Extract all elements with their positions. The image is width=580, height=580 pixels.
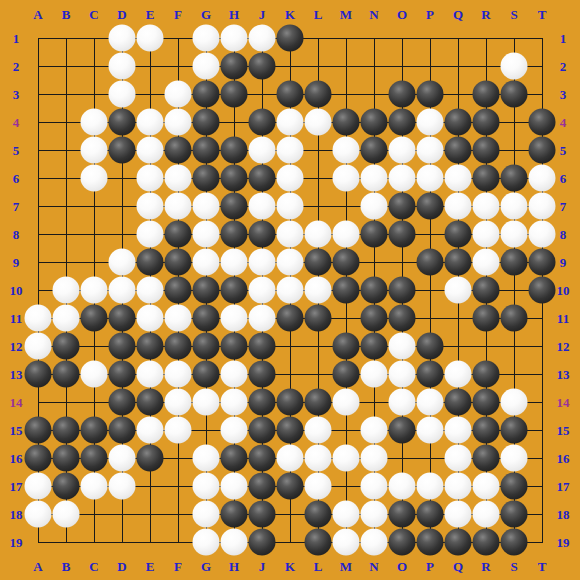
stone-black-F5[interactable]: [165, 137, 192, 164]
column-label-bottom-H: H: [229, 560, 239, 573]
column-label-top-A: A: [33, 8, 42, 21]
stone-black-M9[interactable]: [333, 249, 360, 276]
stone-white-L15[interactable]: [305, 417, 332, 444]
stone-black-G6[interactable]: [193, 165, 220, 192]
stone-white-S2[interactable]: [501, 53, 528, 80]
stone-black-D13[interactable]: [109, 361, 136, 388]
stone-white-T8[interactable]: [529, 221, 556, 248]
stone-black-L9[interactable]: [305, 249, 332, 276]
column-label-bottom-S: S: [510, 560, 517, 573]
stone-black-P7[interactable]: [417, 193, 444, 220]
stone-white-R17[interactable]: [473, 473, 500, 500]
stone-white-P5[interactable]: [417, 137, 444, 164]
stone-black-K1[interactable]: [277, 25, 304, 52]
row-label-right-14: 14: [557, 396, 570, 409]
column-label-bottom-G: G: [201, 560, 211, 573]
column-label-bottom-T: T: [538, 560, 547, 573]
stone-white-T7[interactable]: [529, 193, 556, 220]
stone-black-G4[interactable]: [193, 109, 220, 136]
stone-white-F3[interactable]: [165, 81, 192, 108]
stone-black-E9[interactable]: [137, 249, 164, 276]
stone-black-O3[interactable]: [389, 81, 416, 108]
stone-black-S15[interactable]: [501, 417, 528, 444]
stone-black-R19[interactable]: [473, 529, 500, 556]
stone-white-R18[interactable]: [473, 501, 500, 528]
stone-black-P12[interactable]: [417, 333, 444, 360]
stone-black-P13[interactable]: [417, 361, 444, 388]
stone-white-C10[interactable]: [81, 277, 108, 304]
stone-black-D12[interactable]: [109, 333, 136, 360]
stone-white-F4[interactable]: [165, 109, 192, 136]
stone-black-R15[interactable]: [473, 417, 500, 444]
stone-black-L14[interactable]: [305, 389, 332, 416]
stone-white-G9[interactable]: [193, 249, 220, 276]
row-label-right-8: 8: [560, 228, 567, 241]
column-label-bottom-K: K: [285, 560, 295, 573]
row-label-right-5: 5: [560, 144, 567, 157]
stone-black-J12[interactable]: [249, 333, 276, 360]
stone-white-Q17[interactable]: [445, 473, 472, 500]
stone-white-J10[interactable]: [249, 277, 276, 304]
stone-black-P18[interactable]: [417, 501, 444, 528]
stone-white-P17[interactable]: [417, 473, 444, 500]
stone-white-D9[interactable]: [109, 249, 136, 276]
stone-white-H19[interactable]: [221, 529, 248, 556]
stone-white-K6[interactable]: [277, 165, 304, 192]
stone-black-N10[interactable]: [361, 277, 388, 304]
stone-black-C16[interactable]: [81, 445, 108, 472]
column-label-top-S: S: [510, 8, 517, 21]
stone-white-E6[interactable]: [137, 165, 164, 192]
stone-black-J4[interactable]: [249, 109, 276, 136]
stone-black-H6[interactable]: [221, 165, 248, 192]
column-label-top-M: M: [340, 8, 352, 21]
stone-white-F15[interactable]: [165, 417, 192, 444]
stone-white-F11[interactable]: [165, 305, 192, 332]
stone-white-D3[interactable]: [109, 81, 136, 108]
column-label-top-J: J: [259, 8, 266, 21]
stone-black-O8[interactable]: [389, 221, 416, 248]
stone-white-O5[interactable]: [389, 137, 416, 164]
stone-white-E15[interactable]: [137, 417, 164, 444]
stone-black-O19[interactable]: [389, 529, 416, 556]
stone-black-R14[interactable]: [473, 389, 500, 416]
stone-black-G3[interactable]: [193, 81, 220, 108]
stone-white-M14[interactable]: [333, 389, 360, 416]
row-label-left-4: 4: [13, 116, 20, 129]
stone-white-J5[interactable]: [249, 137, 276, 164]
row-label-left-6: 6: [13, 172, 20, 185]
stone-black-Q9[interactable]: [445, 249, 472, 276]
column-label-top-Q: Q: [453, 8, 463, 21]
row-label-right-15: 15: [557, 424, 570, 437]
stone-black-L18[interactable]: [305, 501, 332, 528]
stone-white-G1[interactable]: [193, 25, 220, 52]
stone-white-H9[interactable]: [221, 249, 248, 276]
column-label-bottom-E: E: [146, 560, 155, 573]
go-board[interactable]: AABBCCDDEEFFGGHHJJKKLLMMNNOOPPQQRRSSTT11…: [0, 0, 580, 580]
stone-white-S14[interactable]: [501, 389, 528, 416]
stone-white-M6[interactable]: [333, 165, 360, 192]
stone-white-C17[interactable]: [81, 473, 108, 500]
stone-black-M10[interactable]: [333, 277, 360, 304]
stone-black-J13[interactable]: [249, 361, 276, 388]
stone-white-O12[interactable]: [389, 333, 416, 360]
stone-white-O14[interactable]: [389, 389, 416, 416]
stone-white-H1[interactable]: [221, 25, 248, 52]
stone-black-R5[interactable]: [473, 137, 500, 164]
stone-white-R7[interactable]: [473, 193, 500, 220]
stone-black-G11[interactable]: [193, 305, 220, 332]
column-label-bottom-O: O: [397, 560, 407, 573]
row-label-right-3: 3: [560, 88, 567, 101]
stone-white-C6[interactable]: [81, 165, 108, 192]
stone-black-B13[interactable]: [53, 361, 80, 388]
stone-white-G8[interactable]: [193, 221, 220, 248]
stone-black-R10[interactable]: [473, 277, 500, 304]
stone-white-N19[interactable]: [361, 529, 388, 556]
stone-white-D10[interactable]: [109, 277, 136, 304]
stone-black-D15[interactable]: [109, 417, 136, 444]
row-label-left-2: 2: [13, 60, 20, 73]
stone-white-J7[interactable]: [249, 193, 276, 220]
stone-white-J11[interactable]: [249, 305, 276, 332]
stone-white-D17[interactable]: [109, 473, 136, 500]
stone-white-P4[interactable]: [417, 109, 444, 136]
column-label-bottom-B: B: [62, 560, 71, 573]
stone-black-S6[interactable]: [501, 165, 528, 192]
stone-black-M12[interactable]: [333, 333, 360, 360]
stone-black-K11[interactable]: [277, 305, 304, 332]
stone-black-H7[interactable]: [221, 193, 248, 220]
stone-black-H3[interactable]: [221, 81, 248, 108]
stone-white-P15[interactable]: [417, 417, 444, 444]
column-label-bottom-J: J: [259, 560, 266, 573]
stone-white-K5[interactable]: [277, 137, 304, 164]
stone-white-N6[interactable]: [361, 165, 388, 192]
column-label-top-N: N: [369, 8, 378, 21]
stone-white-E10[interactable]: [137, 277, 164, 304]
stone-black-O15[interactable]: [389, 417, 416, 444]
stone-white-R8[interactable]: [473, 221, 500, 248]
stone-white-Q7[interactable]: [445, 193, 472, 220]
row-label-left-13: 13: [10, 368, 23, 381]
stone-white-M16[interactable]: [333, 445, 360, 472]
stone-black-D4[interactable]: [109, 109, 136, 136]
stone-black-N5[interactable]: [361, 137, 388, 164]
stone-black-J16[interactable]: [249, 445, 276, 472]
stone-black-P19[interactable]: [417, 529, 444, 556]
stone-black-R3[interactable]: [473, 81, 500, 108]
stone-black-O10[interactable]: [389, 277, 416, 304]
stone-white-K10[interactable]: [277, 277, 304, 304]
stone-white-K4[interactable]: [277, 109, 304, 136]
stone-black-H2[interactable]: [221, 53, 248, 80]
stone-white-P14[interactable]: [417, 389, 444, 416]
stone-white-G2[interactable]: [193, 53, 220, 80]
stone-white-Q16[interactable]: [445, 445, 472, 472]
stone-white-F6[interactable]: [165, 165, 192, 192]
stone-white-E11[interactable]: [137, 305, 164, 332]
stone-white-G18[interactable]: [193, 501, 220, 528]
stone-white-D16[interactable]: [109, 445, 136, 472]
stone-black-N8[interactable]: [361, 221, 388, 248]
stone-black-S9[interactable]: [501, 249, 528, 276]
column-label-top-H: H: [229, 8, 239, 21]
stone-white-H17[interactable]: [221, 473, 248, 500]
stone-white-E7[interactable]: [137, 193, 164, 220]
stone-white-G17[interactable]: [193, 473, 220, 500]
stone-white-N17[interactable]: [361, 473, 388, 500]
column-label-bottom-L: L: [314, 560, 323, 573]
stone-white-Q15[interactable]: [445, 417, 472, 444]
stone-black-J15[interactable]: [249, 417, 276, 444]
column-label-top-T: T: [538, 8, 547, 21]
stone-black-L11[interactable]: [305, 305, 332, 332]
stone-black-Q4[interactable]: [445, 109, 472, 136]
stone-white-C13[interactable]: [81, 361, 108, 388]
stone-black-S19[interactable]: [501, 529, 528, 556]
stone-black-O7[interactable]: [389, 193, 416, 220]
stone-black-L3[interactable]: [305, 81, 332, 108]
stone-black-R4[interactable]: [473, 109, 500, 136]
stone-black-H12[interactable]: [221, 333, 248, 360]
stone-white-F14[interactable]: [165, 389, 192, 416]
column-label-top-R: R: [481, 8, 490, 21]
stone-white-D1[interactable]: [109, 25, 136, 52]
stone-white-G14[interactable]: [193, 389, 220, 416]
stone-black-G12[interactable]: [193, 333, 220, 360]
stone-black-H18[interactable]: [221, 501, 248, 528]
stone-white-L4[interactable]: [305, 109, 332, 136]
stone-white-K7[interactable]: [277, 193, 304, 220]
stone-black-F12[interactable]: [165, 333, 192, 360]
stone-black-B16[interactable]: [53, 445, 80, 472]
stone-black-C11[interactable]: [81, 305, 108, 332]
stone-white-A11[interactable]: [25, 305, 52, 332]
stone-white-E8[interactable]: [137, 221, 164, 248]
stone-black-M4[interactable]: [333, 109, 360, 136]
row-label-left-19: 19: [10, 536, 23, 549]
stone-white-M8[interactable]: [333, 221, 360, 248]
stone-white-F7[interactable]: [165, 193, 192, 220]
stone-white-R9[interactable]: [473, 249, 500, 276]
row-label-left-5: 5: [13, 144, 20, 157]
stone-white-P6[interactable]: [417, 165, 444, 192]
stone-white-K16[interactable]: [277, 445, 304, 472]
stone-black-Q14[interactable]: [445, 389, 472, 416]
stone-white-B18[interactable]: [53, 501, 80, 528]
stone-white-A17[interactable]: [25, 473, 52, 500]
stone-black-H10[interactable]: [221, 277, 248, 304]
column-label-bottom-F: F: [174, 560, 182, 573]
stone-black-J19[interactable]: [249, 529, 276, 556]
stone-black-N12[interactable]: [361, 333, 388, 360]
stone-white-B10[interactable]: [53, 277, 80, 304]
stone-black-T9[interactable]: [529, 249, 556, 276]
stone-black-A15[interactable]: [25, 417, 52, 444]
stone-black-R11[interactable]: [473, 305, 500, 332]
row-label-right-6: 6: [560, 172, 567, 185]
stone-black-Q8[interactable]: [445, 221, 472, 248]
stone-black-J18[interactable]: [249, 501, 276, 528]
row-label-right-9: 9: [560, 256, 567, 269]
row-label-left-3: 3: [13, 88, 20, 101]
stone-white-F13[interactable]: [165, 361, 192, 388]
stone-black-B15[interactable]: [53, 417, 80, 444]
stone-white-M5[interactable]: [333, 137, 360, 164]
row-label-right-2: 2: [560, 60, 567, 73]
stone-black-H8[interactable]: [221, 221, 248, 248]
stone-white-N18[interactable]: [361, 501, 388, 528]
stone-white-G7[interactable]: [193, 193, 220, 220]
stone-black-T4[interactable]: [529, 109, 556, 136]
stone-black-C15[interactable]: [81, 417, 108, 444]
row-label-left-8: 8: [13, 228, 20, 241]
stone-white-L8[interactable]: [305, 221, 332, 248]
row-label-left-15: 15: [10, 424, 23, 437]
stone-black-Q5[interactable]: [445, 137, 472, 164]
stone-black-R6[interactable]: [473, 165, 500, 192]
stone-white-M18[interactable]: [333, 501, 360, 528]
stone-black-O11[interactable]: [389, 305, 416, 332]
stone-black-K17[interactable]: [277, 473, 304, 500]
stone-black-R13[interactable]: [473, 361, 500, 388]
stone-black-S3[interactable]: [501, 81, 528, 108]
stone-black-J14[interactable]: [249, 389, 276, 416]
stone-black-M13[interactable]: [333, 361, 360, 388]
stone-white-A12[interactable]: [25, 333, 52, 360]
stone-white-C4[interactable]: [81, 109, 108, 136]
stone-white-A18[interactable]: [25, 501, 52, 528]
stone-black-J6[interactable]: [249, 165, 276, 192]
stone-white-L16[interactable]: [305, 445, 332, 472]
stone-white-G19[interactable]: [193, 529, 220, 556]
stone-black-E16[interactable]: [137, 445, 164, 472]
stone-black-D14[interactable]: [109, 389, 136, 416]
stone-black-K15[interactable]: [277, 417, 304, 444]
stone-white-H13[interactable]: [221, 361, 248, 388]
stone-white-G16[interactable]: [193, 445, 220, 472]
stone-black-T5[interactable]: [529, 137, 556, 164]
stone-white-E5[interactable]: [137, 137, 164, 164]
stone-white-O13[interactable]: [389, 361, 416, 388]
stone-white-S16[interactable]: [501, 445, 528, 472]
row-label-right-7: 7: [560, 200, 567, 213]
stone-black-D5[interactable]: [109, 137, 136, 164]
column-label-top-G: G: [201, 8, 211, 21]
stone-white-S8[interactable]: [501, 221, 528, 248]
stone-black-E14[interactable]: [137, 389, 164, 416]
stone-black-F10[interactable]: [165, 277, 192, 304]
column-label-top-O: O: [397, 8, 407, 21]
stone-white-E1[interactable]: [137, 25, 164, 52]
stone-white-L17[interactable]: [305, 473, 332, 500]
stone-black-Q19[interactable]: [445, 529, 472, 556]
stone-black-B12[interactable]: [53, 333, 80, 360]
column-label-bottom-Q: Q: [453, 560, 463, 573]
stone-black-J8[interactable]: [249, 221, 276, 248]
column-label-top-K: K: [285, 8, 295, 21]
stone-white-E4[interactable]: [137, 109, 164, 136]
row-label-right-4: 4: [560, 116, 567, 129]
stone-black-T10[interactable]: [529, 277, 556, 304]
stone-white-M19[interactable]: [333, 529, 360, 556]
stone-black-D11[interactable]: [109, 305, 136, 332]
stone-black-S11[interactable]: [501, 305, 528, 332]
stone-black-J17[interactable]: [249, 473, 276, 500]
stone-black-E12[interactable]: [137, 333, 164, 360]
row-label-left-7: 7: [13, 200, 20, 213]
stone-black-N4[interactable]: [361, 109, 388, 136]
stone-white-D2[interactable]: [109, 53, 136, 80]
stone-white-H15[interactable]: [221, 417, 248, 444]
stone-white-Q10[interactable]: [445, 277, 472, 304]
stone-black-K3[interactable]: [277, 81, 304, 108]
stone-black-S18[interactable]: [501, 501, 528, 528]
stone-white-B11[interactable]: [53, 305, 80, 332]
stone-black-A13[interactable]: [25, 361, 52, 388]
stone-black-G10[interactable]: [193, 277, 220, 304]
stone-white-K8[interactable]: [277, 221, 304, 248]
stone-black-O4[interactable]: [389, 109, 416, 136]
stone-white-E13[interactable]: [137, 361, 164, 388]
stone-white-N16[interactable]: [361, 445, 388, 472]
stone-white-Q13[interactable]: [445, 361, 472, 388]
stone-black-F9[interactable]: [165, 249, 192, 276]
stone-black-P3[interactable]: [417, 81, 444, 108]
stone-black-J2[interactable]: [249, 53, 276, 80]
row-label-left-17: 17: [10, 480, 23, 493]
stone-black-L19[interactable]: [305, 529, 332, 556]
stone-white-N13[interactable]: [361, 361, 388, 388]
stone-white-K9[interactable]: [277, 249, 304, 276]
column-label-top-F: F: [174, 8, 182, 21]
stone-black-B17[interactable]: [53, 473, 80, 500]
stone-black-K14[interactable]: [277, 389, 304, 416]
stone-white-H11[interactable]: [221, 305, 248, 332]
stone-black-S17[interactable]: [501, 473, 528, 500]
stone-white-L10[interactable]: [305, 277, 332, 304]
stone-white-J9[interactable]: [249, 249, 276, 276]
stone-black-A16[interactable]: [25, 445, 52, 472]
stone-black-F8[interactable]: [165, 221, 192, 248]
stone-black-O18[interactable]: [389, 501, 416, 528]
stone-white-N15[interactable]: [361, 417, 388, 444]
stone-white-T6[interactable]: [529, 165, 556, 192]
column-label-top-E: E: [146, 8, 155, 21]
stone-black-G5[interactable]: [193, 137, 220, 164]
stone-black-P9[interactable]: [417, 249, 444, 276]
stone-white-O6[interactable]: [389, 165, 416, 192]
stone-white-N7[interactable]: [361, 193, 388, 220]
row-label-right-13: 13: [557, 368, 570, 381]
stone-white-J1[interactable]: [249, 25, 276, 52]
stone-white-S7[interactable]: [501, 193, 528, 220]
column-label-bottom-C: C: [89, 560, 98, 573]
stone-white-Q6[interactable]: [445, 165, 472, 192]
stone-black-G13[interactable]: [193, 361, 220, 388]
column-label-bottom-N: N: [369, 560, 378, 573]
stone-black-H5[interactable]: [221, 137, 248, 164]
stone-white-Q18[interactable]: [445, 501, 472, 528]
stone-black-H16[interactable]: [221, 445, 248, 472]
stone-white-O17[interactable]: [389, 473, 416, 500]
stone-white-C5[interactable]: [81, 137, 108, 164]
stone-white-H14[interactable]: [221, 389, 248, 416]
stone-black-N11[interactable]: [361, 305, 388, 332]
stone-black-R16[interactable]: [473, 445, 500, 472]
